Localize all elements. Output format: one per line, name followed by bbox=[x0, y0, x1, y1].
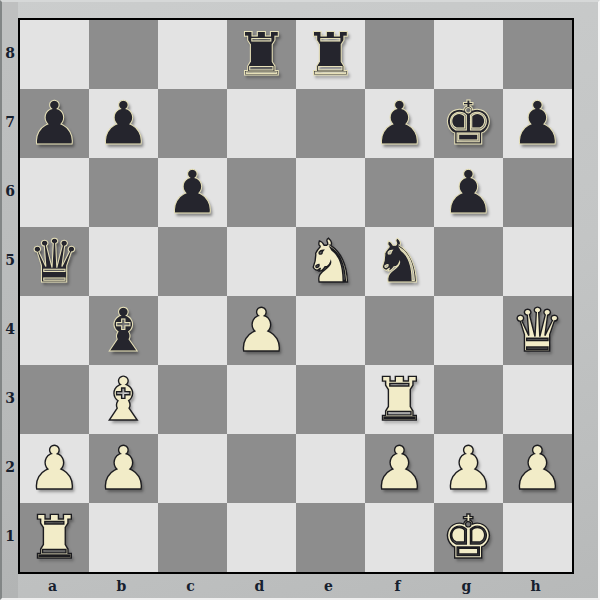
square-a5[interactable]: ♛ bbox=[20, 227, 89, 296]
square-e3[interactable] bbox=[296, 365, 365, 434]
square-d2[interactable] bbox=[227, 434, 296, 503]
square-c5[interactable] bbox=[158, 227, 227, 296]
piece-white-pawn[interactable]: ♟ bbox=[235, 300, 289, 360]
square-h3[interactable] bbox=[503, 365, 572, 434]
square-h7[interactable]: ♟ bbox=[503, 89, 572, 158]
square-b6[interactable] bbox=[89, 158, 158, 227]
square-c1[interactable] bbox=[158, 503, 227, 572]
square-g7[interactable]: ♚ bbox=[434, 89, 503, 158]
square-b7[interactable]: ♟ bbox=[89, 89, 158, 158]
square-d3[interactable] bbox=[227, 365, 296, 434]
piece-white-rook[interactable]: ♜ bbox=[373, 369, 427, 429]
rank-label-4: 4 bbox=[2, 294, 18, 363]
piece-black-queen[interactable]: ♛ bbox=[28, 231, 82, 291]
file-label-c: c bbox=[156, 574, 225, 598]
board: ♜♜♟♟♟♚♟♟♟♛♞♞♝♟♛♝♜♟♟♟♟♟♜♚ bbox=[20, 20, 572, 572]
square-h1[interactable] bbox=[503, 503, 572, 572]
square-e8[interactable]: ♜ bbox=[296, 20, 365, 89]
square-b5[interactable] bbox=[89, 227, 158, 296]
piece-white-queen[interactable]: ♛ bbox=[511, 300, 565, 360]
square-f1[interactable] bbox=[365, 503, 434, 572]
file-label-f: f bbox=[363, 574, 432, 598]
file-label-g: g bbox=[432, 574, 501, 598]
square-e4[interactable] bbox=[296, 296, 365, 365]
square-b8[interactable] bbox=[89, 20, 158, 89]
square-a6[interactable] bbox=[20, 158, 89, 227]
rank-label-7: 7 bbox=[2, 87, 18, 156]
file-label-h: h bbox=[501, 574, 570, 598]
piece-black-knight[interactable]: ♞ bbox=[373, 231, 427, 291]
rank-label-1: 1 bbox=[2, 501, 18, 570]
square-c3[interactable] bbox=[158, 365, 227, 434]
file-label-a: a bbox=[18, 574, 87, 598]
piece-white-pawn[interactable]: ♟ bbox=[97, 438, 151, 498]
rank-label-8: 8 bbox=[2, 18, 18, 87]
square-g2[interactable]: ♟ bbox=[434, 434, 503, 503]
piece-black-pawn[interactable]: ♟ bbox=[97, 93, 151, 153]
piece-black-rook[interactable]: ♜ bbox=[304, 24, 358, 84]
piece-black-rook[interactable]: ♜ bbox=[235, 24, 289, 84]
square-g8[interactable] bbox=[434, 20, 503, 89]
piece-white-king[interactable]: ♚ bbox=[442, 507, 496, 567]
square-b3[interactable]: ♝ bbox=[89, 365, 158, 434]
piece-white-pawn[interactable]: ♟ bbox=[373, 438, 427, 498]
piece-white-bishop[interactable]: ♝ bbox=[97, 369, 151, 429]
square-b1[interactable] bbox=[89, 503, 158, 572]
square-f7[interactable]: ♟ bbox=[365, 89, 434, 158]
square-g4[interactable] bbox=[434, 296, 503, 365]
square-f6[interactable] bbox=[365, 158, 434, 227]
file-label-b: b bbox=[87, 574, 156, 598]
rank-label-5: 5 bbox=[2, 225, 18, 294]
square-e1[interactable] bbox=[296, 503, 365, 572]
square-h2[interactable]: ♟ bbox=[503, 434, 572, 503]
square-c4[interactable] bbox=[158, 296, 227, 365]
rank-label-6: 6 bbox=[2, 156, 18, 225]
square-f2[interactable]: ♟ bbox=[365, 434, 434, 503]
square-c7[interactable] bbox=[158, 89, 227, 158]
piece-black-king[interactable]: ♚ bbox=[442, 93, 496, 153]
square-a4[interactable] bbox=[20, 296, 89, 365]
file-labels: abcdefgh bbox=[18, 574, 570, 598]
square-e5[interactable]: ♞ bbox=[296, 227, 365, 296]
piece-black-pawn[interactable]: ♟ bbox=[166, 162, 220, 222]
square-d7[interactable] bbox=[227, 89, 296, 158]
square-f8[interactable] bbox=[365, 20, 434, 89]
square-f5[interactable]: ♞ bbox=[365, 227, 434, 296]
square-a8[interactable] bbox=[20, 20, 89, 89]
piece-black-pawn[interactable]: ♟ bbox=[442, 162, 496, 222]
square-d1[interactable] bbox=[227, 503, 296, 572]
square-d5[interactable] bbox=[227, 227, 296, 296]
piece-black-bishop[interactable]: ♝ bbox=[97, 300, 151, 360]
square-c6[interactable]: ♟ bbox=[158, 158, 227, 227]
piece-white-pawn[interactable]: ♟ bbox=[28, 438, 82, 498]
square-f4[interactable] bbox=[365, 296, 434, 365]
square-a3[interactable] bbox=[20, 365, 89, 434]
piece-white-pawn[interactable]: ♟ bbox=[511, 438, 565, 498]
square-e6[interactable] bbox=[296, 158, 365, 227]
piece-black-pawn[interactable]: ♟ bbox=[28, 93, 82, 153]
piece-white-rook[interactable]: ♜ bbox=[28, 507, 82, 567]
square-b4[interactable]: ♝ bbox=[89, 296, 158, 365]
square-c8[interactable] bbox=[158, 20, 227, 89]
square-c2[interactable] bbox=[158, 434, 227, 503]
piece-black-pawn[interactable]: ♟ bbox=[511, 93, 565, 153]
square-h8[interactable] bbox=[503, 20, 572, 89]
square-a7[interactable]: ♟ bbox=[20, 89, 89, 158]
square-e2[interactable] bbox=[296, 434, 365, 503]
board-border: ♜♜♟♟♟♚♟♟♟♛♞♞♝♟♛♝♜♟♟♟♟♟♜♚ bbox=[18, 18, 574, 574]
rank-label-3: 3 bbox=[2, 363, 18, 432]
square-a2[interactable]: ♟ bbox=[20, 434, 89, 503]
rank-label-2: 2 bbox=[2, 432, 18, 501]
square-f3[interactable]: ♜ bbox=[365, 365, 434, 434]
square-h6[interactable] bbox=[503, 158, 572, 227]
square-g6[interactable]: ♟ bbox=[434, 158, 503, 227]
file-label-d: d bbox=[225, 574, 294, 598]
piece-white-knight[interactable]: ♞ bbox=[304, 231, 358, 291]
square-e7[interactable] bbox=[296, 89, 365, 158]
piece-black-pawn[interactable]: ♟ bbox=[373, 93, 427, 153]
file-label-e: e bbox=[294, 574, 363, 598]
piece-white-pawn[interactable]: ♟ bbox=[442, 438, 496, 498]
square-a1[interactable]: ♜ bbox=[20, 503, 89, 572]
board-frame: 87654321 abcdefgh ♜♜♟♟♟♚♟♟♟♛♞♞♝♟♛♝♜♟♟♟♟♟… bbox=[0, 0, 600, 600]
square-b2[interactable]: ♟ bbox=[89, 434, 158, 503]
square-h4[interactable]: ♛ bbox=[503, 296, 572, 365]
square-g3[interactable] bbox=[434, 365, 503, 434]
square-g5[interactable] bbox=[434, 227, 503, 296]
rank-labels: 87654321 bbox=[2, 18, 18, 570]
square-d4[interactable]: ♟ bbox=[227, 296, 296, 365]
square-g1[interactable]: ♚ bbox=[434, 503, 503, 572]
square-d6[interactable] bbox=[227, 158, 296, 227]
square-h5[interactable] bbox=[503, 227, 572, 296]
square-d8[interactable]: ♜ bbox=[227, 20, 296, 89]
